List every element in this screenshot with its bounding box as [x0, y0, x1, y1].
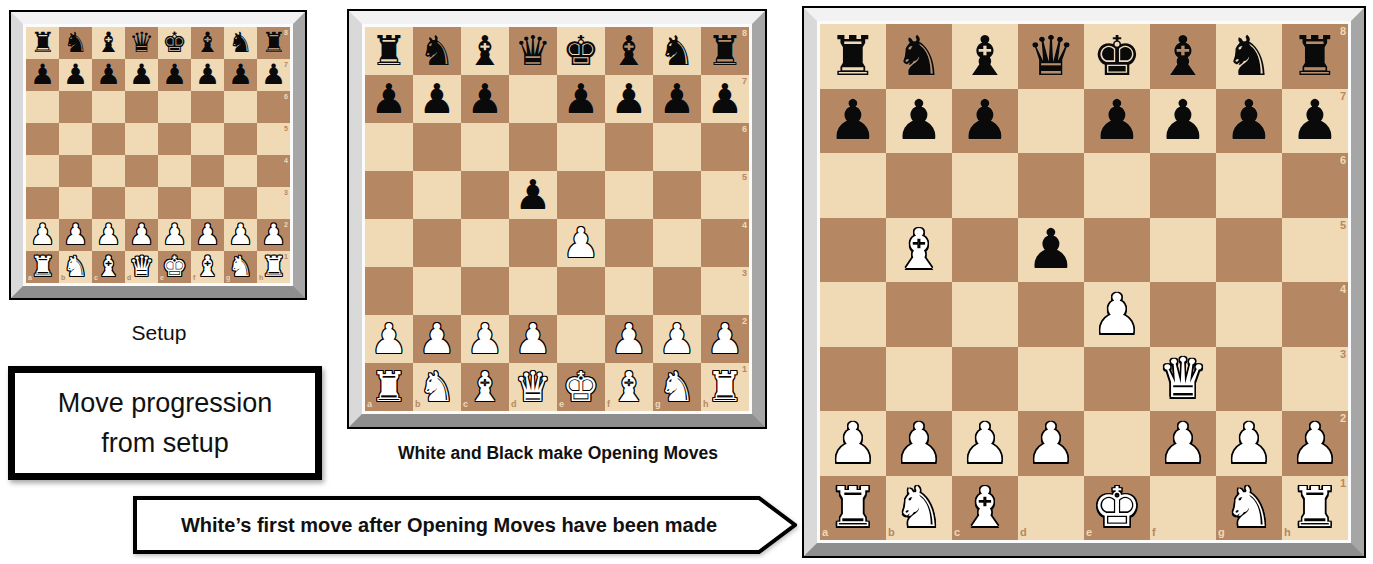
square-a4	[365, 219, 413, 267]
square-e2	[1084, 411, 1150, 476]
square-e4: ♟	[557, 219, 605, 267]
black-queen: ♛	[515, 31, 552, 72]
black-queen: ♛	[129, 29, 154, 57]
white-bishop: ♝	[96, 253, 121, 281]
rank-label-7: 7	[742, 77, 747, 86]
square-d7: ♟	[125, 59, 158, 91]
file-label-d: d	[1020, 527, 1027, 538]
square-h1: ♜h1	[701, 363, 749, 411]
square-c3	[92, 187, 125, 219]
white-knight: ♞	[659, 367, 696, 408]
setup-board-figure: ♜♞♝♛♚♝♞♜8♟♟♟♟♟♟♟♟76543♟♟♟♟♟♟♟♟2♜a♞b♝c♛d♚…	[9, 10, 307, 300]
square-f2: ♟	[1150, 411, 1216, 476]
square-f1: ♝f	[191, 251, 224, 283]
square-b6	[886, 153, 952, 218]
white-pawn: ♟	[195, 221, 220, 249]
black-pawn: ♟	[30, 61, 55, 89]
square-c6	[461, 123, 509, 171]
white-knight: ♞	[894, 480, 943, 535]
black-pawn: ♟	[1158, 93, 1207, 148]
white-pawn: ♟	[162, 221, 187, 249]
rank-label-5: 5	[1340, 220, 1346, 231]
square-h2: ♟2	[701, 315, 749, 363]
black-pawn: ♟	[96, 61, 121, 89]
white-pawn: ♟	[129, 221, 154, 249]
square-a3	[820, 347, 886, 412]
square-c6	[92, 91, 125, 123]
square-c2: ♟	[952, 411, 1018, 476]
square-g8: ♞	[224, 27, 257, 59]
white-pawn: ♟	[894, 416, 943, 471]
square-d4	[509, 219, 557, 267]
rank-label-2: 2	[284, 221, 288, 228]
square-g1: ♞g	[224, 251, 257, 283]
square-f7: ♟	[191, 59, 224, 91]
file-label-h: h	[1284, 527, 1291, 538]
opening-moves-board-figure: ♜♞♝♛♚♝♞♜8♟♟♟♟♟♟♟76♟5♟43♟♟♟♟♟♟♟2♜a♞b♝c♛d♚…	[347, 9, 767, 429]
square-d1: ♛d	[509, 363, 557, 411]
rank-label-7: 7	[284, 61, 288, 68]
square-b8: ♞	[413, 27, 461, 75]
square-a5	[365, 171, 413, 219]
square-h5: 5	[1282, 218, 1348, 283]
black-pawn: ♟	[828, 93, 877, 148]
white-knight: ♞	[419, 367, 456, 408]
square-b2: ♟	[886, 411, 952, 476]
file-label-f: f	[1152, 527, 1156, 538]
square-d2: ♟	[125, 219, 158, 251]
square-h1: ♜h1	[1282, 476, 1348, 541]
square-e1: ♚e	[557, 363, 605, 411]
square-b3	[413, 267, 461, 315]
square-h3: 3	[701, 267, 749, 315]
square-f7: ♟	[605, 75, 653, 123]
black-bishop: ♝	[1158, 29, 1207, 84]
rank-label-3: 3	[742, 269, 747, 278]
square-b7: ♟	[886, 89, 952, 154]
white-rook: ♜	[30, 253, 55, 281]
square-c3	[952, 347, 1018, 412]
black-pawn: ♟	[129, 61, 154, 89]
square-c1: ♝c	[92, 251, 125, 283]
black-pawn: ♟	[707, 79, 744, 120]
square-h7: ♟7	[1282, 89, 1348, 154]
black-king: ♚	[563, 31, 600, 72]
white-rook: ♜	[261, 253, 286, 281]
callout-text: White’s first move after Opening Moves h…	[149, 496, 749, 554]
square-a3	[26, 187, 59, 219]
file-label-b: b	[415, 400, 421, 409]
square-e8: ♚	[1084, 24, 1150, 89]
square-g2: ♟	[1216, 411, 1282, 476]
black-pawn: ♟	[467, 79, 504, 120]
black-pawn: ♟	[611, 79, 648, 120]
square-e5	[557, 171, 605, 219]
rank-label-1: 1	[742, 365, 747, 374]
square-a1: ♜a	[820, 476, 886, 541]
square-h7: ♟7	[257, 59, 290, 91]
white-bishop: ♝	[894, 222, 943, 277]
black-bishop: ♝	[467, 31, 504, 72]
after-first-move-board-figure: ♜♞♝♛♚♝♞♜8♟♟♟♟♟♟♟76♝♟5♟4♛3♟♟♟♟♟♟♟2♜a♞b♝cd…	[802, 6, 1366, 558]
square-f5	[605, 171, 653, 219]
square-d5	[125, 123, 158, 155]
black-pawn: ♟	[371, 79, 408, 120]
square-c7: ♟	[952, 89, 1018, 154]
white-pawn: ♟	[659, 319, 696, 360]
square-e2: ♟	[158, 219, 191, 251]
file-label-f: f	[607, 400, 610, 409]
square-h8: ♜8	[701, 27, 749, 75]
square-g6	[1216, 153, 1282, 218]
square-d1: ♛d	[125, 251, 158, 283]
square-h8: ♜8	[1282, 24, 1348, 89]
board-inner-strip: ♜♞♝♛♚♝♞♜8♟♟♟♟♟♟♟76♟5♟43♟♟♟♟♟♟♟2♜a♞b♝c♛d♚…	[362, 24, 752, 414]
square-b8: ♞	[59, 27, 92, 59]
square-g4	[1216, 282, 1282, 347]
white-pawn: ♟	[1290, 416, 1339, 471]
white-bishop: ♝	[195, 253, 220, 281]
square-g4	[224, 155, 257, 187]
white-pawn: ♟	[467, 319, 504, 360]
square-f6	[605, 123, 653, 171]
white-king: ♚	[1092, 480, 1141, 535]
square-c7: ♟	[461, 75, 509, 123]
white-pawn: ♟	[30, 221, 55, 249]
square-a8: ♜	[26, 27, 59, 59]
square-a6	[365, 123, 413, 171]
square-c8: ♝	[92, 27, 125, 59]
square-f1: ♝f	[605, 363, 653, 411]
square-e3	[1084, 347, 1150, 412]
square-a2: ♟	[365, 315, 413, 363]
square-f5	[1150, 218, 1216, 283]
square-e3	[557, 267, 605, 315]
black-pawn: ♟	[563, 79, 600, 120]
file-label-g: g	[655, 400, 661, 409]
black-knight: ♞	[659, 31, 696, 72]
square-f8: ♝	[605, 27, 653, 75]
square-b6	[413, 123, 461, 171]
black-rook: ♜	[707, 31, 744, 72]
file-label-d: d	[127, 274, 131, 281]
black-bishop: ♝	[96, 29, 121, 57]
white-bishop: ♝	[611, 367, 648, 408]
chessboard-after-first-move: ♜♞♝♛♚♝♞♜8♟♟♟♟♟♟♟76♝♟5♟4♛3♟♟♟♟♟♟♟2♜a♞b♝cd…	[820, 24, 1348, 540]
square-b4	[413, 219, 461, 267]
file-label-c: c	[463, 400, 468, 409]
square-b5: ♝	[886, 218, 952, 283]
black-pawn: ♟	[195, 61, 220, 89]
opening-moves-caption: White and Black make Opening Moves	[347, 443, 769, 464]
square-d3	[125, 187, 158, 219]
black-pawn: ♟	[261, 61, 286, 89]
square-a2: ♟	[820, 411, 886, 476]
white-pawn: ♟	[1224, 416, 1273, 471]
square-f5	[191, 123, 224, 155]
white-rook: ♜	[707, 367, 744, 408]
square-c5	[92, 123, 125, 155]
square-a6	[820, 153, 886, 218]
move-progression-box: Move progression from setup	[8, 366, 322, 480]
square-b3	[886, 347, 952, 412]
square-e6	[158, 91, 191, 123]
square-d8: ♛	[1018, 24, 1084, 89]
square-b2: ♟	[59, 219, 92, 251]
black-pawn: ♟	[515, 175, 552, 216]
rank-label-8: 8	[1340, 26, 1346, 37]
square-f8: ♝	[1150, 24, 1216, 89]
square-c7: ♟	[92, 59, 125, 91]
black-bishop: ♝	[195, 29, 220, 57]
square-g3	[224, 187, 257, 219]
square-e6	[1084, 153, 1150, 218]
rank-label-1: 1	[1340, 478, 1346, 489]
rank-label-4: 4	[1340, 284, 1346, 295]
board-frame: ♜♞♝♛♚♝♞♜8♟♟♟♟♟♟♟♟76543♟♟♟♟♟♟♟♟2♜a♞b♝c♛d♚…	[9, 10, 307, 300]
square-h8: ♜8	[257, 27, 290, 59]
square-a7: ♟	[365, 75, 413, 123]
square-b5	[413, 171, 461, 219]
square-d6	[509, 123, 557, 171]
square-c1: ♝c	[952, 476, 1018, 541]
white-pawn: ♟	[371, 319, 408, 360]
square-b8: ♞	[886, 24, 952, 89]
square-e7: ♟	[557, 75, 605, 123]
rank-label-5: 5	[742, 173, 747, 182]
square-c4	[461, 219, 509, 267]
square-h4: 4	[257, 155, 290, 187]
rank-label-3: 3	[284, 189, 288, 196]
black-pawn: ♟	[1026, 222, 1075, 277]
square-b1: ♞b	[886, 476, 952, 541]
square-h2: ♟2	[1282, 411, 1348, 476]
rank-label-6: 6	[1340, 155, 1346, 166]
square-f2: ♟	[605, 315, 653, 363]
square-b1: ♞b	[59, 251, 92, 283]
square-f2: ♟	[191, 219, 224, 251]
rank-label-7: 7	[1340, 91, 1346, 102]
square-g7: ♟	[653, 75, 701, 123]
board-inner-strip: ♜♞♝♛♚♝♞♜8♟♟♟♟♟♟♟♟76543♟♟♟♟♟♟♟♟2♜a♞b♝c♛d♚…	[23, 24, 293, 286]
white-queen: ♛	[515, 367, 552, 408]
square-a7: ♟	[26, 59, 59, 91]
square-b4	[59, 155, 92, 187]
file-label-e: e	[559, 400, 564, 409]
black-pawn: ♟	[894, 93, 943, 148]
rank-label-4: 4	[742, 221, 747, 230]
white-pawn: ♟	[1158, 416, 1207, 471]
file-label-h: h	[259, 274, 263, 281]
rank-label-6: 6	[284, 93, 288, 100]
square-h6: 6	[701, 123, 749, 171]
board-bezel: ♜♞♝♛♚♝♞♜8♟♟♟♟♟♟♟76♝♟5♟4♛3♟♟♟♟♟♟♟2♜a♞b♝cd…	[804, 8, 1364, 556]
square-f6	[1150, 153, 1216, 218]
square-a2: ♟	[26, 219, 59, 251]
file-label-g: g	[1218, 527, 1225, 538]
black-pawn: ♟	[1092, 93, 1141, 148]
square-c2: ♟	[461, 315, 509, 363]
square-e1: ♚e	[1084, 476, 1150, 541]
square-g5	[1216, 218, 1282, 283]
square-c8: ♝	[952, 24, 1018, 89]
square-d6	[1018, 153, 1084, 218]
square-g2: ♟	[224, 219, 257, 251]
square-f4	[191, 155, 224, 187]
square-e7: ♟	[158, 59, 191, 91]
square-e5	[158, 123, 191, 155]
white-knight: ♞	[228, 253, 253, 281]
square-h6: 6	[257, 91, 290, 123]
rank-label-6: 6	[742, 125, 747, 134]
black-pawn: ♟	[659, 79, 696, 120]
file-label-h: h	[703, 400, 709, 409]
square-e3	[158, 187, 191, 219]
figure-canvas: ♜♞♝♛♚♝♞♜8♟♟♟♟♟♟♟♟76543♟♟♟♟♟♟♟♟2♜a♞b♝c♛d♚…	[0, 0, 1373, 564]
square-g5	[653, 171, 701, 219]
black-rook: ♜	[30, 29, 55, 57]
board-inner-strip: ♜♞♝♛♚♝♞♜8♟♟♟♟♟♟♟76♝♟5♟4♛3♟♟♟♟♟♟♟2♜a♞b♝cd…	[817, 21, 1351, 543]
square-d3	[509, 267, 557, 315]
file-label-a: a	[822, 527, 828, 538]
rank-label-1: 1	[284, 253, 288, 260]
white-pawn: ♟	[419, 319, 456, 360]
black-king: ♚	[1092, 29, 1141, 84]
black-bishop: ♝	[960, 29, 1009, 84]
black-queen: ♛	[1026, 29, 1075, 84]
rank-label-2: 2	[742, 317, 747, 326]
white-pawn: ♟	[63, 221, 88, 249]
white-knight: ♞	[1224, 480, 1273, 535]
white-bishop: ♝	[960, 480, 1009, 535]
square-c1: ♝c	[461, 363, 509, 411]
square-d4	[1018, 282, 1084, 347]
square-g2: ♟	[653, 315, 701, 363]
black-knight: ♞	[419, 31, 456, 72]
square-f4	[605, 219, 653, 267]
square-d8: ♛	[125, 27, 158, 59]
square-a7: ♟	[820, 89, 886, 154]
square-d1: d	[1018, 476, 1084, 541]
square-a4	[26, 155, 59, 187]
file-label-b: b	[888, 527, 895, 538]
square-g4	[653, 219, 701, 267]
rank-label-8: 8	[284, 29, 288, 36]
white-king: ♚	[162, 253, 187, 281]
square-d2: ♟	[1018, 411, 1084, 476]
square-f1: f	[1150, 476, 1216, 541]
square-h4: 4	[1282, 282, 1348, 347]
callout-arrow: White’s first move after Opening Moves h…	[133, 496, 797, 554]
black-knight: ♞	[228, 29, 253, 57]
square-h5: 5	[257, 123, 290, 155]
file-label-e: e	[1086, 527, 1092, 538]
square-h7: ♟7	[701, 75, 749, 123]
white-knight: ♞	[63, 253, 88, 281]
square-b2: ♟	[413, 315, 461, 363]
file-label-f: f	[193, 274, 195, 281]
white-pawn: ♟	[261, 221, 286, 249]
white-queen: ♛	[1158, 351, 1207, 406]
square-d5: ♟	[1018, 218, 1084, 283]
square-g8: ♞	[1216, 24, 1282, 89]
square-d5: ♟	[509, 171, 557, 219]
black-pawn: ♟	[419, 79, 456, 120]
white-pawn: ♟	[515, 319, 552, 360]
setup-caption: Setup	[9, 321, 309, 345]
black-rook: ♜	[1290, 29, 1339, 84]
white-pawn: ♟	[96, 221, 121, 249]
square-h3: 3	[1282, 347, 1348, 412]
square-g1: ♞g	[1216, 476, 1282, 541]
square-f4	[1150, 282, 1216, 347]
square-b3	[59, 187, 92, 219]
file-label-c: c	[954, 527, 960, 538]
white-pawn: ♟	[707, 319, 744, 360]
black-pawn: ♟	[162, 61, 187, 89]
square-f6	[191, 91, 224, 123]
white-bishop: ♝	[467, 367, 504, 408]
square-g8: ♞	[653, 27, 701, 75]
square-c5	[952, 218, 1018, 283]
square-b7: ♟	[59, 59, 92, 91]
white-pawn: ♟	[960, 416, 1009, 471]
square-h6: 6	[1282, 153, 1348, 218]
square-h4: 4	[701, 219, 749, 267]
white-pawn: ♟	[228, 221, 253, 249]
square-e6	[557, 123, 605, 171]
black-knight: ♞	[1224, 29, 1273, 84]
square-e7: ♟	[1084, 89, 1150, 154]
board-bezel: ♜♞♝♛♚♝♞♜8♟♟♟♟♟♟♟76♟5♟43♟♟♟♟♟♟♟2♜a♞b♝c♛d♚…	[349, 11, 765, 427]
black-rook: ♜	[371, 31, 408, 72]
square-g7: ♟	[1216, 89, 1282, 154]
square-c4	[952, 282, 1018, 347]
black-knight: ♞	[894, 29, 943, 84]
white-rook: ♜	[1290, 480, 1339, 535]
white-rook: ♜	[828, 480, 877, 535]
square-a8: ♜	[820, 24, 886, 89]
rank-label-2: 2	[1340, 413, 1346, 424]
square-c5	[461, 171, 509, 219]
square-g5	[224, 123, 257, 155]
file-label-e: e	[160, 274, 164, 281]
square-e8: ♚	[557, 27, 605, 75]
square-c8: ♝	[461, 27, 509, 75]
white-pawn: ♟	[1092, 287, 1141, 342]
move-progression-line1: Move progression	[58, 383, 273, 424]
square-b1: ♞b	[413, 363, 461, 411]
square-e4	[158, 155, 191, 187]
square-c2: ♟	[92, 219, 125, 251]
square-b5	[59, 123, 92, 155]
white-rook: ♜	[371, 367, 408, 408]
white-queen: ♛	[129, 253, 154, 281]
white-king: ♚	[563, 367, 600, 408]
file-label-d: d	[511, 400, 517, 409]
square-f8: ♝	[191, 27, 224, 59]
square-e1: ♚e	[158, 251, 191, 283]
square-e8: ♚	[158, 27, 191, 59]
rank-label-4: 4	[284, 157, 288, 164]
square-a3	[365, 267, 413, 315]
rank-label-3: 3	[1340, 349, 1346, 360]
board-frame: ♜♞♝♛♚♝♞♜8♟♟♟♟♟♟♟76♟5♟43♟♟♟♟♟♟♟2♜a♞b♝c♛d♚…	[347, 9, 767, 429]
file-label-g: g	[226, 274, 230, 281]
file-label-c: c	[94, 274, 98, 281]
square-g1: ♞g	[653, 363, 701, 411]
square-a4	[820, 282, 886, 347]
